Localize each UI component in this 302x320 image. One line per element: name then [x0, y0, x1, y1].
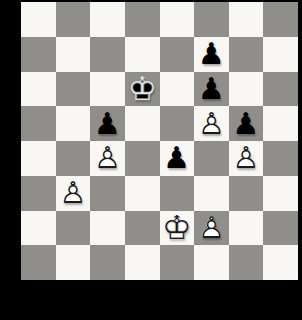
white-pawn: ♟♙: [194, 211, 229, 246]
square-e2[interactable]: ♚♔: [160, 211, 195, 246]
square-h7[interactable]: [263, 37, 298, 72]
white-pawn: ♟♙: [194, 106, 229, 141]
square-d1[interactable]: [125, 245, 160, 280]
black-pawn: ♟: [194, 37, 229, 72]
square-b6[interactable]: [56, 72, 91, 107]
square-g1[interactable]: [229, 245, 264, 280]
square-d3[interactable]: [125, 176, 160, 211]
white-king: ♚♔: [160, 211, 195, 246]
white-pawn-glyph: ♙: [229, 141, 264, 176]
square-f3[interactable]: [194, 176, 229, 211]
square-f4[interactable]: [194, 141, 229, 176]
white-pawn-glyph: ♙: [90, 141, 125, 176]
white-pawn: ♟♙: [56, 176, 91, 211]
square-c2[interactable]: [90, 211, 125, 246]
black-king-glyph: ♔: [125, 72, 160, 107]
white-pawn: ♟♙: [229, 141, 264, 176]
white-pawn-glyph: ♙: [194, 211, 229, 246]
square-f2[interactable]: ♟♙: [194, 211, 229, 246]
square-b8[interactable]: [56, 2, 91, 37]
square-b7[interactable]: [56, 37, 91, 72]
square-a4[interactable]: [21, 141, 56, 176]
square-a2[interactable]: [21, 211, 56, 246]
white-pawn-glyph: ♟: [56, 176, 91, 211]
board-frame: ♟♚♔♟♟♟♙♟♟♙♟♟♙♟♙♚♔♟♙: [0, 0, 302, 320]
black-king: ♚♔: [125, 72, 160, 107]
square-b4[interactable]: [56, 141, 91, 176]
square-h6[interactable]: [263, 72, 298, 107]
black-pawn-glyph: ♟: [194, 37, 229, 72]
square-a8[interactable]: [21, 2, 56, 37]
white-pawn-glyph: ♙: [56, 176, 91, 211]
white-pawn-glyph: ♟: [229, 141, 264, 176]
square-f6[interactable]: ♟: [194, 72, 229, 107]
square-g2[interactable]: [229, 211, 264, 246]
square-g8[interactable]: [229, 2, 264, 37]
square-f7[interactable]: ♟: [194, 37, 229, 72]
square-g4[interactable]: ♟♙: [229, 141, 264, 176]
square-f8[interactable]: [194, 2, 229, 37]
square-h8[interactable]: [263, 2, 298, 37]
square-c3[interactable]: [90, 176, 125, 211]
square-g6[interactable]: [229, 72, 264, 107]
square-g7[interactable]: [229, 37, 264, 72]
square-a6[interactable]: [21, 72, 56, 107]
white-pawn-glyph: ♟: [194, 211, 229, 246]
square-e6[interactable]: [160, 72, 195, 107]
square-c4[interactable]: ♟♙: [90, 141, 125, 176]
white-pawn: ♟♙: [90, 141, 125, 176]
black-pawn-glyph: ♟: [194, 72, 229, 107]
square-b2[interactable]: [56, 211, 91, 246]
square-e5[interactable]: [160, 106, 195, 141]
square-a3[interactable]: [21, 176, 56, 211]
square-d8[interactable]: [125, 2, 160, 37]
square-d6[interactable]: ♚♔: [125, 72, 160, 107]
square-h4[interactable]: [263, 141, 298, 176]
square-a1[interactable]: [21, 245, 56, 280]
chess-board: ♟♚♔♟♟♟♙♟♟♙♟♟♙♟♙♚♔♟♙: [21, 2, 298, 280]
square-h2[interactable]: [263, 211, 298, 246]
square-d7[interactable]: [125, 37, 160, 72]
square-h1[interactable]: [263, 245, 298, 280]
square-b3[interactable]: ♟♙: [56, 176, 91, 211]
square-e3[interactable]: [160, 176, 195, 211]
square-b5[interactable]: [56, 106, 91, 141]
square-f5[interactable]: ♟♙: [194, 106, 229, 141]
square-c8[interactable]: [90, 2, 125, 37]
square-h3[interactable]: [263, 176, 298, 211]
square-b1[interactable]: [56, 245, 91, 280]
square-a5[interactable]: [21, 106, 56, 141]
square-a7[interactable]: [21, 37, 56, 72]
black-pawn: ♟: [229, 106, 264, 141]
black-pawn: ♟: [194, 72, 229, 107]
square-g5[interactable]: ♟: [229, 106, 264, 141]
white-pawn-glyph: ♟: [194, 106, 229, 141]
square-h5[interactable]: [263, 106, 298, 141]
white-king-glyph: ♚: [160, 211, 195, 246]
square-e7[interactable]: [160, 37, 195, 72]
black-pawn: ♟: [90, 106, 125, 141]
square-d5[interactable]: [125, 106, 160, 141]
white-pawn-glyph: ♟: [90, 141, 125, 176]
square-c7[interactable]: [90, 37, 125, 72]
square-g3[interactable]: [229, 176, 264, 211]
black-pawn-glyph: ♟: [90, 106, 125, 141]
square-d2[interactable]: [125, 211, 160, 246]
square-c6[interactable]: [90, 72, 125, 107]
square-e8[interactable]: [160, 2, 195, 37]
square-e1[interactable]: [160, 245, 195, 280]
black-pawn: ♟: [160, 141, 195, 176]
white-king-glyph: ♔: [160, 211, 195, 246]
square-d4[interactable]: [125, 141, 160, 176]
square-c1[interactable]: [90, 245, 125, 280]
black-king-glyph: ♚: [125, 72, 160, 107]
black-pawn-glyph: ♟: [160, 141, 195, 176]
square-f1[interactable]: [194, 245, 229, 280]
white-pawn-glyph: ♙: [194, 106, 229, 141]
square-e4[interactable]: ♟: [160, 141, 195, 176]
black-pawn-glyph: ♟: [229, 106, 264, 141]
square-c5[interactable]: ♟: [90, 106, 125, 141]
